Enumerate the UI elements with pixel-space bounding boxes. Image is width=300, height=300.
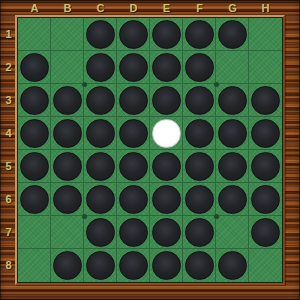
- cell-G7[interactable]: [216, 216, 249, 249]
- black-disc-E6: [152, 185, 181, 214]
- black-disc-C6: [86, 185, 115, 214]
- cell-F3[interactable]: [183, 84, 216, 117]
- row-label-2: 2: [1, 51, 16, 84]
- cell-A4[interactable]: [18, 117, 51, 150]
- black-disc-A6: [20, 185, 49, 214]
- cell-E8[interactable]: [150, 249, 183, 282]
- black-disc-B4: [53, 119, 82, 148]
- black-disc-F6: [185, 185, 214, 214]
- black-disc-G8: [218, 251, 247, 280]
- black-disc-D7: [119, 218, 148, 247]
- cell-H2[interactable]: [249, 51, 282, 84]
- column-label-E: E: [150, 1, 183, 16]
- black-disc-A3: [20, 86, 49, 115]
- row-label-5: 5: [1, 150, 16, 183]
- row-labels: 12345678: [1, 18, 16, 282]
- cell-F1[interactable]: [183, 18, 216, 51]
- cell-C4[interactable]: [84, 117, 117, 150]
- cell-F2[interactable]: [183, 51, 216, 84]
- cell-G8[interactable]: [216, 249, 249, 282]
- cell-C5[interactable]: [84, 150, 117, 183]
- cell-E6[interactable]: [150, 183, 183, 216]
- black-disc-A2: [20, 53, 49, 82]
- cell-H7[interactable]: [249, 216, 282, 249]
- wooden-frame: ABCDEFGH 12345678: [0, 0, 300, 300]
- cell-D4[interactable]: [117, 117, 150, 150]
- black-disc-F7: [185, 218, 214, 247]
- cell-D3[interactable]: [117, 84, 150, 117]
- cell-E1[interactable]: [150, 18, 183, 51]
- black-disc-F3: [185, 86, 214, 115]
- cell-F4[interactable]: [183, 117, 216, 150]
- cell-B6[interactable]: [51, 183, 84, 216]
- cell-F5[interactable]: [183, 150, 216, 183]
- black-disc-E1: [152, 20, 181, 49]
- cell-G3[interactable]: [216, 84, 249, 117]
- cell-G1[interactable]: [216, 18, 249, 51]
- cell-A5[interactable]: [18, 150, 51, 183]
- board-dot-2: [214, 82, 219, 87]
- black-disc-A5: [20, 152, 49, 181]
- row-label-7: 7: [1, 216, 16, 249]
- row-label-1: 1: [1, 18, 16, 51]
- black-disc-G1: [218, 20, 247, 49]
- cell-H1[interactable]: [249, 18, 282, 51]
- cell-F8[interactable]: [183, 249, 216, 282]
- column-label-B: B: [51, 1, 84, 16]
- othello-board: [17, 17, 283, 283]
- cell-D6[interactable]: [117, 183, 150, 216]
- cell-F7[interactable]: [183, 216, 216, 249]
- cell-G5[interactable]: [216, 150, 249, 183]
- board-bevel: [15, 15, 285, 285]
- cell-C3[interactable]: [84, 84, 117, 117]
- cell-C7[interactable]: [84, 216, 117, 249]
- board-dot-3: [82, 214, 87, 219]
- cell-G6[interactable]: [216, 183, 249, 216]
- black-disc-C4: [86, 119, 115, 148]
- row-label-6: 6: [1, 183, 16, 216]
- black-disc-G3: [218, 86, 247, 115]
- cell-E2[interactable]: [150, 51, 183, 84]
- black-disc-D2: [119, 53, 148, 82]
- row-label-4: 4: [1, 117, 16, 150]
- cell-D1[interactable]: [117, 18, 150, 51]
- cell-D2[interactable]: [117, 51, 150, 84]
- column-label-H: H: [249, 1, 282, 16]
- black-disc-B3: [53, 86, 82, 115]
- black-disc-C3: [86, 86, 115, 115]
- cell-B3[interactable]: [51, 84, 84, 117]
- black-disc-E3: [152, 86, 181, 115]
- cell-G2[interactable]: [216, 51, 249, 84]
- cell-E7[interactable]: [150, 216, 183, 249]
- cell-H3[interactable]: [249, 84, 282, 117]
- cell-H5[interactable]: [249, 150, 282, 183]
- cell-A6[interactable]: [18, 183, 51, 216]
- cell-B7[interactable]: [51, 216, 84, 249]
- cell-B5[interactable]: [51, 150, 84, 183]
- black-disc-E8: [152, 251, 181, 280]
- black-disc-A4: [20, 119, 49, 148]
- black-disc-C5: [86, 152, 115, 181]
- cell-C6[interactable]: [84, 183, 117, 216]
- cell-D5[interactable]: [117, 150, 150, 183]
- cell-C2[interactable]: [84, 51, 117, 84]
- black-disc-E5: [152, 152, 181, 181]
- black-disc-B6: [53, 185, 82, 214]
- black-disc-H4: [251, 119, 280, 148]
- black-disc-E2: [152, 53, 181, 82]
- black-disc-F1: [185, 20, 214, 49]
- cell-A8[interactable]: [18, 249, 51, 282]
- white-disc-E4: [152, 119, 181, 148]
- column-label-D: D: [117, 1, 150, 16]
- black-disc-H7: [251, 218, 280, 247]
- black-disc-F8: [185, 251, 214, 280]
- black-disc-C1: [86, 20, 115, 49]
- cell-G4[interactable]: [216, 117, 249, 150]
- black-disc-F2: [185, 53, 214, 82]
- black-disc-D8: [119, 251, 148, 280]
- cell-A7[interactable]: [18, 216, 51, 249]
- cell-H4[interactable]: [249, 117, 282, 150]
- cell-D8[interactable]: [117, 249, 150, 282]
- column-label-G: G: [216, 1, 249, 16]
- board-dot-1: [82, 82, 87, 87]
- cell-B1[interactable]: [51, 18, 84, 51]
- black-disc-C7: [86, 218, 115, 247]
- cell-D7[interactable]: [117, 216, 150, 249]
- black-disc-H5: [251, 152, 280, 181]
- black-disc-D4: [119, 119, 148, 148]
- cell-E5[interactable]: [150, 150, 183, 183]
- black-disc-D5: [119, 152, 148, 181]
- column-label-F: F: [183, 1, 216, 16]
- black-disc-G4: [218, 119, 247, 148]
- black-disc-G6: [218, 185, 247, 214]
- cell-H6[interactable]: [249, 183, 282, 216]
- cell-H8[interactable]: [249, 249, 282, 282]
- black-disc-F5: [185, 152, 214, 181]
- cell-B8[interactable]: [51, 249, 84, 282]
- column-label-A: A: [18, 1, 51, 16]
- cell-C8[interactable]: [84, 249, 117, 282]
- black-disc-D1: [119, 20, 148, 49]
- black-disc-B5: [53, 152, 82, 181]
- cell-A3[interactable]: [18, 84, 51, 117]
- cell-A1[interactable]: [18, 18, 51, 51]
- black-disc-E7: [152, 218, 181, 247]
- black-disc-G5: [218, 152, 247, 181]
- black-disc-B8: [53, 251, 82, 280]
- board-dot-4: [214, 214, 219, 219]
- row-label-3: 3: [1, 84, 16, 117]
- row-label-8: 8: [1, 249, 16, 282]
- black-disc-D3: [119, 86, 148, 115]
- column-label-C: C: [84, 1, 117, 16]
- cell-E4[interactable]: [150, 117, 183, 150]
- black-disc-H3: [251, 86, 280, 115]
- column-labels: ABCDEFGH: [18, 1, 282, 16]
- black-disc-C2: [86, 53, 115, 82]
- black-disc-F4: [185, 119, 214, 148]
- black-disc-D6: [119, 185, 148, 214]
- black-disc-H6: [251, 185, 280, 214]
- cell-B4[interactable]: [51, 117, 84, 150]
- cell-C1[interactable]: [84, 18, 117, 51]
- cell-E3[interactable]: [150, 84, 183, 117]
- black-disc-C8: [86, 251, 115, 280]
- cell-F6[interactable]: [183, 183, 216, 216]
- cell-B2[interactable]: [51, 51, 84, 84]
- cell-A2[interactable]: [18, 51, 51, 84]
